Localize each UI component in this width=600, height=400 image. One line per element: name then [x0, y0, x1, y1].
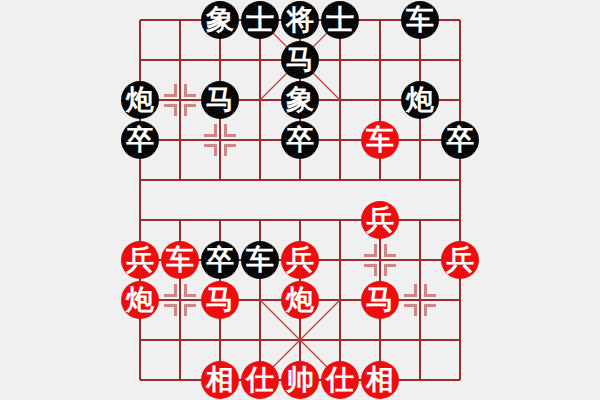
- piece-red-pawn[interactable]: 兵: [281, 241, 319, 279]
- piece-black-chariot[interactable]: 车: [241, 241, 279, 279]
- piece-black-horse[interactable]: 马: [201, 81, 239, 119]
- piece-black-horse[interactable]: 马: [281, 41, 319, 79]
- piece-black-elephant[interactable]: 象: [201, 1, 239, 39]
- piece-black-elephant[interactable]: 象: [281, 81, 319, 119]
- piece-red-cannon[interactable]: 炮: [281, 281, 319, 319]
- piece-black-pawn[interactable]: 卒: [281, 121, 319, 159]
- piece-black-advisor[interactable]: 士: [241, 1, 279, 39]
- piece-red-cannon[interactable]: 炮: [121, 281, 159, 319]
- piece-black-pawn[interactable]: 卒: [441, 121, 479, 159]
- piece-black-general[interactable]: 将: [281, 1, 319, 39]
- piece-black-chariot[interactable]: 车: [401, 1, 439, 39]
- piece-red-advisor[interactable]: 仕: [241, 361, 279, 399]
- piece-black-pawn[interactable]: 卒: [121, 121, 159, 159]
- piece-red-horse[interactable]: 马: [201, 281, 239, 319]
- piece-black-cannon[interactable]: 炮: [121, 81, 159, 119]
- piece-red-elephant[interactable]: 相: [361, 361, 399, 399]
- xiangqi-app: 象士将士车马炮马象炮卒卒车卒兵兵车卒车兵兵炮马炮马相仕帅仕相: [0, 0, 600, 400]
- piece-red-elephant[interactable]: 相: [201, 361, 239, 399]
- piece-black-cannon[interactable]: 炮: [401, 81, 439, 119]
- piece-red-chariot[interactable]: 车: [361, 121, 399, 159]
- piece-black-pawn[interactable]: 卒: [201, 241, 239, 279]
- piece-red-pawn[interactable]: 兵: [441, 241, 479, 279]
- piece-black-advisor[interactable]: 士: [321, 1, 359, 39]
- piece-red-advisor[interactable]: 仕: [321, 361, 359, 399]
- piece-red-pawn[interactable]: 兵: [361, 201, 399, 239]
- piece-red-pawn[interactable]: 兵: [121, 241, 159, 279]
- piece-red-chariot[interactable]: 车: [161, 241, 199, 279]
- xiangqi-board: 象士将士车马炮马象炮卒卒车卒兵兵车卒车兵兵炮马炮马相仕帅仕相: [120, 0, 480, 400]
- piece-red-horse[interactable]: 马: [361, 281, 399, 319]
- piece-red-general[interactable]: 帅: [281, 361, 319, 399]
